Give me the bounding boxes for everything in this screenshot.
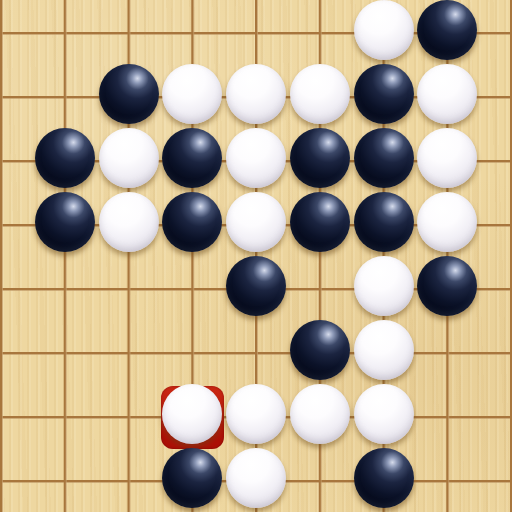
intersection[interactable] <box>352 321 416 385</box>
black-stone <box>290 192 350 252</box>
intersection[interactable] <box>224 1 288 65</box>
intersection[interactable] <box>352 65 416 129</box>
intersection[interactable] <box>33 385 97 449</box>
intersection[interactable] <box>33 321 97 385</box>
intersection[interactable] <box>97 129 161 193</box>
intersection[interactable] <box>352 449 416 512</box>
white-stone <box>226 192 286 252</box>
intersection[interactable] <box>224 321 288 385</box>
intersection[interactable] <box>352 1 416 65</box>
intersection[interactable] <box>160 193 224 257</box>
black-stone <box>417 256 477 316</box>
white-stone <box>354 320 414 380</box>
white-stone <box>99 128 159 188</box>
intersection[interactable] <box>97 449 161 512</box>
intersection[interactable] <box>479 257 512 321</box>
intersection[interactable] <box>160 65 224 129</box>
white-stone <box>162 64 222 124</box>
white-stone <box>354 0 414 60</box>
black-stone <box>354 128 414 188</box>
intersection[interactable] <box>224 257 288 321</box>
intersection[interactable] <box>479 385 512 449</box>
black-stone <box>290 128 350 188</box>
black-stone <box>35 192 95 252</box>
intersection[interactable] <box>352 129 416 193</box>
intersection[interactable] <box>0 449 33 512</box>
intersection[interactable] <box>224 65 288 129</box>
intersection[interactable] <box>160 449 224 512</box>
go-board[interactable] <box>0 0 512 512</box>
intersection[interactable] <box>97 1 161 65</box>
black-stone <box>354 448 414 508</box>
intersection[interactable] <box>160 129 224 193</box>
black-stone <box>417 0 477 60</box>
intersection[interactable] <box>224 385 288 449</box>
intersection[interactable] <box>288 129 352 193</box>
intersection[interactable] <box>97 385 161 449</box>
intersection[interactable] <box>479 449 512 512</box>
white-stone <box>417 64 477 124</box>
intersection[interactable] <box>0 385 33 449</box>
black-stone <box>290 320 350 380</box>
intersection[interactable] <box>97 257 161 321</box>
intersection[interactable] <box>479 129 512 193</box>
intersection[interactable] <box>224 193 288 257</box>
intersection[interactable] <box>0 129 33 193</box>
intersection[interactable] <box>33 65 97 129</box>
intersection[interactable] <box>33 129 97 193</box>
intersection[interactable] <box>415 1 479 65</box>
intersection[interactable] <box>0 1 33 65</box>
white-stone <box>226 384 286 444</box>
white-stone <box>226 128 286 188</box>
intersection[interactable] <box>288 193 352 257</box>
white-stone <box>354 256 414 316</box>
intersection[interactable] <box>479 65 512 129</box>
intersection[interactable] <box>415 449 479 512</box>
intersection[interactable] <box>160 321 224 385</box>
intersection[interactable] <box>160 1 224 65</box>
white-stone <box>417 128 477 188</box>
black-stone <box>226 256 286 316</box>
black-stone <box>162 192 222 252</box>
black-stone <box>162 128 222 188</box>
intersection[interactable] <box>33 449 97 512</box>
white-stone <box>417 192 477 252</box>
intersection[interactable] <box>97 193 161 257</box>
black-stone <box>354 64 414 124</box>
white-stone <box>226 448 286 508</box>
intersection[interactable] <box>415 65 479 129</box>
intersection[interactable] <box>288 449 352 512</box>
black-stone <box>162 448 222 508</box>
intersection[interactable] <box>0 65 33 129</box>
white-stone <box>162 384 222 444</box>
intersection[interactable] <box>0 321 33 385</box>
intersection[interactable] <box>33 193 97 257</box>
intersection[interactable] <box>160 385 224 449</box>
intersection[interactable] <box>288 1 352 65</box>
intersection[interactable] <box>288 385 352 449</box>
intersection[interactable] <box>352 385 416 449</box>
intersection[interactable] <box>479 321 512 385</box>
intersection[interactable] <box>97 65 161 129</box>
intersection[interactable] <box>415 193 479 257</box>
intersection[interactable] <box>288 257 352 321</box>
white-stone <box>99 192 159 252</box>
intersection[interactable] <box>0 257 33 321</box>
black-stone <box>35 128 95 188</box>
intersection[interactable] <box>224 449 288 512</box>
intersection[interactable] <box>415 129 479 193</box>
black-stone <box>99 64 159 124</box>
intersection[interactable] <box>479 1 512 65</box>
board-grid <box>0 1 512 512</box>
intersection[interactable] <box>415 257 479 321</box>
intersection[interactable] <box>0 193 33 257</box>
black-stone <box>354 192 414 252</box>
intersection[interactable] <box>352 257 416 321</box>
intersection[interactable] <box>33 257 97 321</box>
intersection[interactable] <box>288 321 352 385</box>
intersection[interactable] <box>97 321 161 385</box>
intersection[interactable] <box>479 193 512 257</box>
white-stone <box>290 64 350 124</box>
intersection[interactable] <box>352 193 416 257</box>
gomoku-app-window <box>0 0 512 512</box>
white-stone <box>226 64 286 124</box>
white-stone <box>290 384 350 444</box>
intersection[interactable] <box>224 129 288 193</box>
intersection[interactable] <box>415 321 479 385</box>
white-stone <box>354 384 414 444</box>
intersection[interactable] <box>288 65 352 129</box>
intersection[interactable] <box>415 385 479 449</box>
intersection[interactable] <box>160 257 224 321</box>
intersection[interactable] <box>33 1 97 65</box>
